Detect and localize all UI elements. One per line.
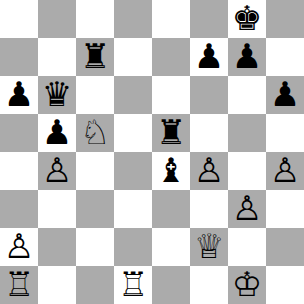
square-a7[interactable] [0, 38, 38, 76]
square-f6[interactable] [190, 76, 228, 114]
white-pawn-piece: ♙ [194, 151, 224, 189]
square-e8[interactable] [152, 0, 190, 38]
square-d7[interactable] [114, 38, 152, 76]
square-f3[interactable] [190, 190, 228, 228]
square-h7[interactable] [266, 38, 304, 76]
square-f2[interactable]: ♕ [190, 228, 228, 266]
square-c6[interactable] [76, 76, 114, 114]
square-g4[interactable] [228, 152, 266, 190]
square-g1[interactable]: ♔ [228, 266, 266, 304]
square-d4[interactable] [114, 152, 152, 190]
square-b7[interactable] [38, 38, 76, 76]
black-king-piece: ♚ [232, 0, 262, 37]
square-h8[interactable] [266, 0, 304, 38]
square-d6[interactable] [114, 76, 152, 114]
white-pawn-piece: ♙ [42, 151, 72, 189]
square-f4[interactable]: ♙ [190, 152, 228, 190]
square-h1[interactable] [266, 266, 304, 304]
square-g7[interactable]: ♟ [228, 38, 266, 76]
black-pawn-piece: ♟ [270, 75, 300, 113]
square-g5[interactable] [228, 114, 266, 152]
square-c8[interactable] [76, 0, 114, 38]
square-g8[interactable]: ♚ [228, 0, 266, 38]
square-e6[interactable] [152, 76, 190, 114]
square-b2[interactable] [38, 228, 76, 266]
square-a8[interactable] [0, 0, 38, 38]
square-b3[interactable] [38, 190, 76, 228]
square-h6[interactable]: ♟ [266, 76, 304, 114]
square-e3[interactable] [152, 190, 190, 228]
square-a3[interactable] [0, 190, 38, 228]
square-f8[interactable] [190, 0, 228, 38]
square-f5[interactable] [190, 114, 228, 152]
square-h3[interactable] [266, 190, 304, 228]
square-b4[interactable]: ♙ [38, 152, 76, 190]
square-e2[interactable] [152, 228, 190, 266]
white-pawn-piece: ♙ [270, 151, 300, 189]
square-d1[interactable]: ♖ [114, 266, 152, 304]
black-rook-piece: ♜ [156, 113, 186, 151]
square-c3[interactable] [76, 190, 114, 228]
square-h5[interactable] [266, 114, 304, 152]
white-king-piece: ♔ [232, 265, 262, 303]
square-a1[interactable]: ♖ [0, 266, 38, 304]
white-pawn-piece: ♙ [232, 189, 262, 227]
square-g6[interactable] [228, 76, 266, 114]
square-c5[interactable]: ♘ [76, 114, 114, 152]
black-pawn-piece: ♟ [42, 113, 72, 151]
square-e5[interactable]: ♜ [152, 114, 190, 152]
chess-board: ♚♜♟♟♟♛♟♟♘♜♙♝♙♙♙♙♕♖♖♔ [0, 0, 304, 304]
square-b1[interactable] [38, 266, 76, 304]
square-a5[interactable] [0, 114, 38, 152]
square-a4[interactable] [0, 152, 38, 190]
square-d8[interactable] [114, 0, 152, 38]
square-c1[interactable] [76, 266, 114, 304]
black-rook-piece: ♜ [80, 37, 110, 75]
white-pawn-piece: ♙ [4, 227, 34, 265]
square-h2[interactable] [266, 228, 304, 266]
black-pawn-piece: ♟ [4, 75, 34, 113]
square-c2[interactable] [76, 228, 114, 266]
black-pawn-piece: ♟ [194, 37, 224, 75]
square-b8[interactable] [38, 0, 76, 38]
square-c7[interactable]: ♜ [76, 38, 114, 76]
white-rook-piece: ♖ [4, 265, 34, 303]
square-e7[interactable] [152, 38, 190, 76]
square-f7[interactable]: ♟ [190, 38, 228, 76]
square-b5[interactable]: ♟ [38, 114, 76, 152]
square-d2[interactable] [114, 228, 152, 266]
square-c4[interactable] [76, 152, 114, 190]
chess-diagram: ♚♜♟♟♟♛♟♟♘♜♙♝♙♙♙♙♕♖♖♔ [0, 0, 304, 304]
square-d3[interactable] [114, 190, 152, 228]
white-knight-piece: ♘ [80, 113, 110, 151]
square-f1[interactable] [190, 266, 228, 304]
square-b6[interactable]: ♛ [38, 76, 76, 114]
white-queen-piece: ♕ [194, 227, 224, 265]
square-e1[interactable] [152, 266, 190, 304]
square-a2[interactable]: ♙ [0, 228, 38, 266]
square-g3[interactable]: ♙ [228, 190, 266, 228]
square-d5[interactable] [114, 114, 152, 152]
square-e4[interactable]: ♝ [152, 152, 190, 190]
white-rook-piece: ♖ [118, 265, 148, 303]
black-queen-piece: ♛ [42, 75, 72, 113]
black-pawn-piece: ♟ [232, 37, 262, 75]
square-h4[interactable]: ♙ [266, 152, 304, 190]
square-a6[interactable]: ♟ [0, 76, 38, 114]
square-g2[interactable] [228, 228, 266, 266]
black-bishop-piece: ♝ [156, 151, 186, 189]
